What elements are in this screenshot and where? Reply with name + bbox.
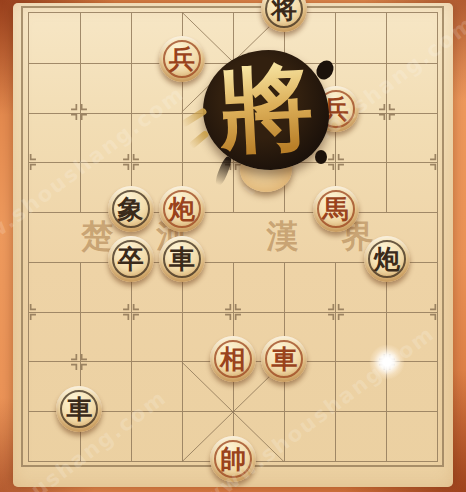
board-cell[interactable] [182,113,233,163]
piece-black-general[interactable]: 将 [261,0,307,32]
piece-red-horse[interactable]: 馬 [313,186,359,232]
piece-black-chariot[interactable]: 車 [159,236,205,282]
board-cell[interactable] [335,13,386,63]
piece-black-pawn[interactable]: 卒 [108,236,154,282]
board-cell[interactable] [29,113,80,163]
piece-character: 象 [108,186,154,232]
board-cell[interactable] [335,411,386,461]
board-cell[interactable] [29,63,80,113]
piece-character: 車 [159,236,205,282]
board-cell[interactable] [386,312,437,362]
board-cell[interactable] [233,262,284,312]
piece-character: 相 [210,336,256,382]
board-cell[interactable] [80,312,131,362]
piece-character: 車 [261,336,307,382]
xiangqi-game-screen: 楚 河 漢 界 将兵兵象炮馬卒車炮相車車帥 www.shoushang.com … [0,0,466,492]
piece-red-cannon[interactable]: 炮 [159,186,205,232]
board-cell[interactable] [386,411,437,461]
board-cell[interactable] [29,162,80,212]
board-cell[interactable] [386,63,437,113]
piece-character: 兵 [159,36,205,82]
board-cell[interactable] [80,13,131,63]
piece-red-elephant[interactable]: 相 [210,336,256,382]
board-cell[interactable] [335,312,386,362]
board-cell[interactable] [386,13,437,63]
board-cell[interactable] [131,411,182,461]
board-cell[interactable] [131,361,182,411]
piece-red-pawn[interactable]: 兵 [159,36,205,82]
board-cell[interactable] [29,13,80,63]
piece-character: 車 [56,386,102,432]
piece-character: 帥 [210,436,256,482]
piece-black-chariot[interactable]: 車 [56,386,102,432]
piece-character: 兵 [313,86,359,132]
board-cell[interactable] [335,361,386,411]
board-cell[interactable] [29,212,80,262]
board-cell[interactable] [233,162,284,212]
board-cell[interactable] [386,361,437,411]
piece-character: 炮 [364,236,410,282]
piece-black-cannon[interactable]: 炮 [364,236,410,282]
piece-red-general[interactable]: 帥 [210,436,256,482]
board-cell[interactable] [233,63,284,113]
board-cell[interactable] [233,212,284,262]
board-cell[interactable] [386,113,437,163]
piece-black-elephant[interactable]: 象 [108,186,154,232]
piece-character: 炮 [159,186,205,232]
board-cell[interactable] [233,113,284,163]
board-cell[interactable] [80,113,131,163]
piece-character: 将 [261,0,307,32]
board-cell[interactable] [131,113,182,163]
piece-red-chariot[interactable]: 車 [261,336,307,382]
board-cell[interactable] [29,262,80,312]
board-cell[interactable] [284,411,335,461]
board-cell[interactable] [80,63,131,113]
board-cell[interactable] [131,312,182,362]
piece-character: 卒 [108,236,154,282]
piece-character: 馬 [313,186,359,232]
board-cell[interactable] [284,262,335,312]
board-cell[interactable] [386,162,437,212]
board-cell[interactable] [29,312,80,362]
piece-red-pawn[interactable]: 兵 [313,86,359,132]
